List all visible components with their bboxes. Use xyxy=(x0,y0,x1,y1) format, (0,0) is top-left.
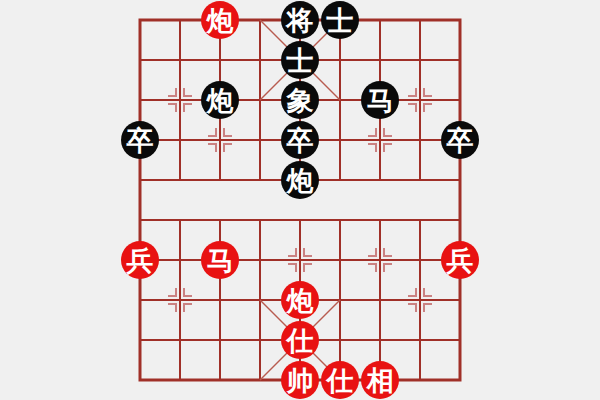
piece-black-cannon[interactable]: 炮 xyxy=(281,161,319,199)
piece-red-advisor[interactable]: 仕 xyxy=(321,361,359,399)
piece-red-elephant[interactable]: 相 xyxy=(361,361,399,399)
piece-black-advisor[interactable]: 士 xyxy=(281,41,319,79)
piece-red-cannon[interactable]: 炮 xyxy=(281,281,319,319)
piece-black-general[interactable]: 将 xyxy=(281,1,319,39)
piece-black-advisor[interactable]: 士 xyxy=(321,1,359,39)
piece-red-general[interactable]: 帅 xyxy=(281,361,319,399)
piece-red-cannon[interactable]: 炮 xyxy=(201,1,239,39)
piece-red-advisor[interactable]: 仕 xyxy=(281,321,319,359)
piece-red-soldier[interactable]: 兵 xyxy=(121,241,159,279)
piece-black-elephant[interactable]: 象 xyxy=(281,81,319,119)
piece-red-horse[interactable]: 马 xyxy=(201,241,239,279)
pieces-layer: 炮将士士炮象马卒卒卒炮兵马兵炮仕帅仕相 xyxy=(0,0,600,400)
piece-black-soldier[interactable]: 卒 xyxy=(281,121,319,159)
xiangqi-diagram: 炮将士士炮象马卒卒卒炮兵马兵炮仕帅仕相 xyxy=(0,0,600,400)
piece-black-cannon[interactable]: 炮 xyxy=(201,81,239,119)
piece-black-soldier[interactable]: 卒 xyxy=(441,121,479,159)
piece-black-soldier[interactable]: 卒 xyxy=(121,121,159,159)
piece-red-soldier[interactable]: 兵 xyxy=(441,241,479,279)
piece-black-horse[interactable]: 马 xyxy=(361,81,399,119)
